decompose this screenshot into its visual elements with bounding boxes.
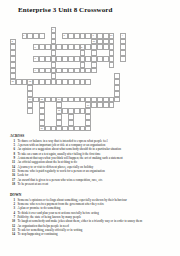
clue-number-label: 14 [29,98,31,100]
crossword-cell[interactable] [85,79,91,85]
crossword-cell[interactable] [39,33,45,39]
across-clue-list: 1To dance or balance in a way that is in… [10,139,173,187]
clue-row: 18To be present at an event [10,182,168,186]
clue-number-label: 9 [35,69,36,71]
crossword-cell[interactable] [91,68,97,74]
clue-number-label: 2 [11,40,12,42]
clue-number-label: 10 [110,34,112,36]
crossword-cell[interactable] [109,62,115,68]
clue-number-label: 15 [58,109,60,111]
crossword-cell[interactable] [114,97,120,103]
across-section: ACROSS 1To dance or balance in a way tha… [10,134,173,186]
clue-number-label: 11 [11,80,13,82]
crossword-grid: 115710421863891112141314161517 [10,27,128,133]
page-title: Enterprise 3 Unit 8 Crossword [18,6,113,14]
clue-number-label: 12 [29,80,31,82]
clue-number-label: 16 [87,104,89,106]
clue-text: To be present at an event [17,182,166,186]
clue-number-label: 18 [93,40,95,42]
clue-number-label: 8 [35,57,36,59]
crossword-cell[interactable] [27,108,33,114]
clue-number-label: 17 [40,127,42,129]
clue-number: 14 [10,232,15,236]
clue-number-label: 14 [58,98,60,100]
clue-number-label: 13 [40,98,42,100]
clue-number-label: 5 [64,34,65,36]
worksheet-page: Enterprise 3 Unit 8 Crossword 1157104218… [0,0,180,256]
clue-number-label: 1 [23,34,24,36]
clue-row: 14To stop happening or continuing [10,232,168,236]
down-section: DOWN 1Someone's opinions or feelings abo… [10,193,173,237]
crossword-cell[interactable] [85,126,91,132]
clue-number: 18 [10,182,15,186]
clue-number-label: 7 [93,34,94,36]
crossword-cell[interactable] [120,56,126,62]
clue-number-label: 3 [81,46,82,48]
clue-number-label: 1 [52,28,53,30]
down-clue-list: 1Someone's opinions or feelings about so… [10,198,173,237]
crossword-cell[interactable] [109,102,115,108]
clue-number-label: 4 [122,34,123,36]
clue-text: To stop happening or continuing [17,232,166,236]
clue-number-label: 6 [35,46,36,48]
